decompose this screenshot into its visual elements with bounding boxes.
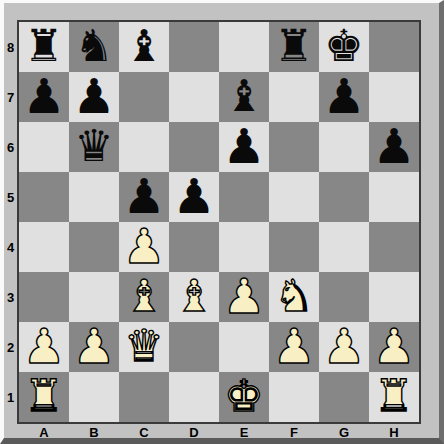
square-e5[interactable] <box>219 172 269 222</box>
square-h1[interactable]: ♜ <box>369 372 419 422</box>
square-h2[interactable]: ♟ <box>369 322 419 372</box>
square-e2[interactable] <box>219 322 269 372</box>
square-a7[interactable]: ♟ <box>19 72 69 122</box>
file-label-c: C <box>119 424 169 440</box>
square-f5[interactable] <box>269 172 319 222</box>
square-a4[interactable] <box>19 222 69 272</box>
square-e7[interactable]: ♝ <box>219 72 269 122</box>
square-a6[interactable] <box>19 122 69 172</box>
rank-label-3: 3 <box>4 272 17 322</box>
square-e4[interactable] <box>219 222 269 272</box>
square-g1[interactable] <box>319 372 369 422</box>
white-rook[interactable]: ♜ <box>369 371 419 421</box>
square-e3[interactable]: ♟ <box>219 272 269 322</box>
black-pawn[interactable]: ♟ <box>369 121 419 171</box>
white-pawn[interactable]: ♟ <box>19 321 69 371</box>
black-pawn[interactable]: ♟ <box>69 71 119 121</box>
square-b5[interactable] <box>69 172 119 222</box>
square-c1[interactable] <box>119 372 169 422</box>
square-f3[interactable]: ♞ <box>269 272 319 322</box>
square-h6[interactable]: ♟ <box>369 122 419 172</box>
white-pawn[interactable]: ♟ <box>269 321 319 371</box>
black-pawn[interactable]: ♟ <box>319 71 369 121</box>
file-label-f: F <box>269 424 319 440</box>
white-knight[interactable]: ♞ <box>269 271 319 321</box>
square-g6[interactable] <box>319 122 369 172</box>
square-b6[interactable]: ♛ <box>69 122 119 172</box>
square-f4[interactable] <box>269 222 319 272</box>
black-rook[interactable]: ♜ <box>19 21 69 71</box>
black-pawn[interactable]: ♟ <box>119 171 169 221</box>
file-label-b: B <box>69 424 119 440</box>
square-a3[interactable] <box>19 272 69 322</box>
white-pawn[interactable]: ♟ <box>119 221 169 271</box>
square-e6[interactable]: ♟ <box>219 122 269 172</box>
square-g2[interactable]: ♟ <box>319 322 369 372</box>
white-pawn[interactable]: ♟ <box>69 321 119 371</box>
square-f7[interactable] <box>269 72 319 122</box>
rank-label-2: 2 <box>4 322 17 372</box>
square-d4[interactable] <box>169 222 219 272</box>
square-f6[interactable] <box>269 122 319 172</box>
black-rook[interactable]: ♜ <box>269 21 319 71</box>
white-king[interactable]: ♚ <box>219 371 269 421</box>
square-b8[interactable]: ♞ <box>69 22 119 72</box>
white-pawn[interactable]: ♟ <box>369 321 419 371</box>
white-queen[interactable]: ♛ <box>119 321 169 371</box>
black-pawn[interactable]: ♟ <box>19 71 69 121</box>
square-d1[interactable] <box>169 372 219 422</box>
white-bishop[interactable]: ♝ <box>119 271 169 321</box>
square-b7[interactable]: ♟ <box>69 72 119 122</box>
black-bishop[interactable]: ♝ <box>219 71 269 121</box>
square-a5[interactable] <box>19 172 69 222</box>
file-label-a: A <box>19 424 69 440</box>
square-h7[interactable] <box>369 72 419 122</box>
white-rook[interactable]: ♜ <box>19 371 69 421</box>
chess-board: ♜♞♝♜♚♟♟♝♟♛♟♟♟♟♟♝♝♟♞♟♟♛♟♟♟♜♚♜ <box>17 20 421 424</box>
square-d3[interactable]: ♝ <box>169 272 219 322</box>
white-bishop[interactable]: ♝ <box>169 271 219 321</box>
square-a2[interactable]: ♟ <box>19 322 69 372</box>
file-label-e: E <box>219 424 269 440</box>
black-queen[interactable]: ♛ <box>69 121 119 171</box>
square-a8[interactable]: ♜ <box>19 22 69 72</box>
square-c7[interactable] <box>119 72 169 122</box>
square-g8[interactable]: ♚ <box>319 22 369 72</box>
square-h5[interactable] <box>369 172 419 222</box>
square-c4[interactable]: ♟ <box>119 222 169 272</box>
rank-label-4: 4 <box>4 222 17 272</box>
file-label-d: D <box>169 424 219 440</box>
square-g5[interactable] <box>319 172 369 222</box>
square-b4[interactable] <box>69 222 119 272</box>
square-d8[interactable] <box>169 22 219 72</box>
square-a1[interactable]: ♜ <box>19 372 69 422</box>
rank-label-8: 8 <box>4 22 17 72</box>
square-h8[interactable] <box>369 22 419 72</box>
black-king[interactable]: ♚ <box>319 21 369 71</box>
square-f8[interactable]: ♜ <box>269 22 319 72</box>
square-e1[interactable]: ♚ <box>219 372 269 422</box>
rank-label-1: 1 <box>4 372 17 422</box>
square-h3[interactable] <box>369 272 419 322</box>
black-knight[interactable]: ♞ <box>69 21 119 71</box>
white-pawn[interactable]: ♟ <box>219 271 269 321</box>
square-d6[interactable] <box>169 122 219 172</box>
file-label-g: G <box>319 424 369 440</box>
square-h4[interactable] <box>369 222 419 272</box>
square-g4[interactable] <box>319 222 369 272</box>
black-bishop[interactable]: ♝ <box>119 21 169 71</box>
square-c8[interactable]: ♝ <box>119 22 169 72</box>
file-label-h: H <box>369 424 419 440</box>
square-b3[interactable] <box>69 272 119 322</box>
square-c5[interactable]: ♟ <box>119 172 169 222</box>
square-f2[interactable]: ♟ <box>269 322 319 372</box>
board-frame: 87654321 ♜♞♝♜♚♟♟♝♟♛♟♟♟♟♟♝♝♟♞♟♟♛♟♟♟♜♚♜ AB… <box>0 0 444 444</box>
black-pawn[interactable]: ♟ <box>219 121 269 171</box>
square-c6[interactable] <box>119 122 169 172</box>
square-b1[interactable] <box>69 372 119 422</box>
white-pawn[interactable]: ♟ <box>319 321 369 371</box>
square-c3[interactable]: ♝ <box>119 272 169 322</box>
square-g7[interactable]: ♟ <box>319 72 369 122</box>
rank-label-5: 5 <box>4 172 17 222</box>
square-b2[interactable]: ♟ <box>69 322 119 372</box>
black-pawn[interactable]: ♟ <box>169 171 219 221</box>
rank-label-7: 7 <box>4 72 17 122</box>
square-g3[interactable] <box>319 272 369 322</box>
square-f1[interactable] <box>269 372 319 422</box>
square-d2[interactable] <box>169 322 219 372</box>
square-d5[interactable]: ♟ <box>169 172 219 222</box>
square-c2[interactable]: ♛ <box>119 322 169 372</box>
square-e8[interactable] <box>219 22 269 72</box>
square-d7[interactable] <box>169 72 219 122</box>
rank-label-6: 6 <box>4 122 17 172</box>
